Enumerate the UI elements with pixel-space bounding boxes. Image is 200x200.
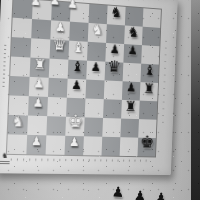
piece-white-k-g4: ♚ <box>67 113 83 130</box>
square-b1 <box>12 18 32 39</box>
piece-black-r-f7: ♜ <box>124 98 136 112</box>
square-e3 <box>48 78 68 98</box>
chessboard-photo-scene: ♟♞♛♝♜♟♟♞♚♟♟♞♞♟♟♝♟♛♝♟♟♜♜♚ ♟♟♟ ♞ ♟♟♟ <box>0 0 200 200</box>
square-b6 <box>106 24 125 44</box>
square-h3 <box>46 135 66 155</box>
square-g2 <box>27 116 47 136</box>
square-c5 <box>87 42 106 62</box>
square-g7 <box>120 119 139 138</box>
piece-white-b-c4: ♝ <box>72 39 85 54</box>
border-brand-text-left <box>2 44 6 87</box>
piece-black-n-a6: ♞ <box>110 4 122 19</box>
logo-text-lines <box>0 160 10 164</box>
captured-black-pawn-2: ♟ <box>133 188 146 200</box>
piece-white-n-g1: ♞ <box>11 113 24 128</box>
square-e6 <box>104 80 123 99</box>
piece-white-p-f2: ♟ <box>32 96 43 109</box>
piece-black-q-d6: ♛ <box>107 59 121 75</box>
square-h1 <box>7 134 27 154</box>
captured-white-pawn-2: ♟ <box>49 0 60 7</box>
logo-knight-icon: ♞ <box>1 151 8 159</box>
square-c1 <box>11 37 31 57</box>
piece-black-k-h8: ♚ <box>139 134 154 151</box>
square-g6 <box>102 118 121 137</box>
square-h5 <box>83 136 102 155</box>
square-d3 <box>49 59 69 79</box>
captured-black-pawn-3: ♟ <box>154 190 167 200</box>
piece-white-p-e2: ♟ <box>33 77 44 90</box>
square-e1 <box>9 76 29 96</box>
vinyl-chess-mat: ♟♞♛♝♜♟♟♞♚♟♟♞♞♟♟♝♟♛♝♟♟♜♜♚ ♟♟♟ ♞ <box>0 0 178 175</box>
square-h7 <box>120 137 139 156</box>
piece-black-p-e4: ♟ <box>71 79 82 91</box>
square-f6 <box>103 99 122 118</box>
square-g3 <box>46 116 66 136</box>
square-b8 <box>142 27 160 47</box>
square-d7 <box>123 63 142 82</box>
piece-white-p-h2: ♟ <box>31 135 42 147</box>
piece-black-p-c6: ♟ <box>110 43 121 55</box>
captured-white-pawn-3: ♟ <box>67 0 78 11</box>
square-f5 <box>85 98 104 118</box>
border-coordinate-marks-right <box>162 36 167 123</box>
board-maker-logo: ♞ <box>0 152 13 169</box>
chess-board-grid: ♟♞♛♝♜♟♟♞♚♟♟♞♞♟♟♝♟♛♝♟♟♜♜♚ <box>7 0 161 156</box>
square-h6 <box>102 137 121 156</box>
photo-edge-right <box>191 0 200 200</box>
square-b2 <box>31 19 51 39</box>
piece-white-q-c3: ♛ <box>52 36 67 53</box>
square-a8 <box>143 8 161 28</box>
border-coordinate-marks-bottom <box>11 159 148 162</box>
piece-black-p-d5: ♟ <box>91 61 102 73</box>
piece-white-n-b5: ♞ <box>91 21 104 36</box>
piece-white-p-b3: ♟ <box>55 21 66 34</box>
piece-white-p-h4: ♟ <box>69 136 80 148</box>
square-d1 <box>10 56 30 76</box>
piece-black-p-e7: ♟ <box>126 81 137 93</box>
captured-white-pawn-1: ♟ <box>30 0 41 8</box>
square-e5 <box>85 80 104 100</box>
square-g5 <box>84 117 103 136</box>
square-f3 <box>47 97 67 117</box>
piece-black-n-b7: ♞ <box>127 24 139 38</box>
square-f8 <box>139 101 157 120</box>
piece-black-b-d8: ♝ <box>144 62 156 76</box>
piece-black-r-e8: ♜ <box>143 81 155 95</box>
captured-black-pawn-1: ♟ <box>111 184 124 199</box>
piece-black-p-c7: ♟ <box>128 44 139 56</box>
piece-white-r-d2: ♜ <box>33 56 46 71</box>
piece-black-b-d4: ♝ <box>71 58 84 73</box>
